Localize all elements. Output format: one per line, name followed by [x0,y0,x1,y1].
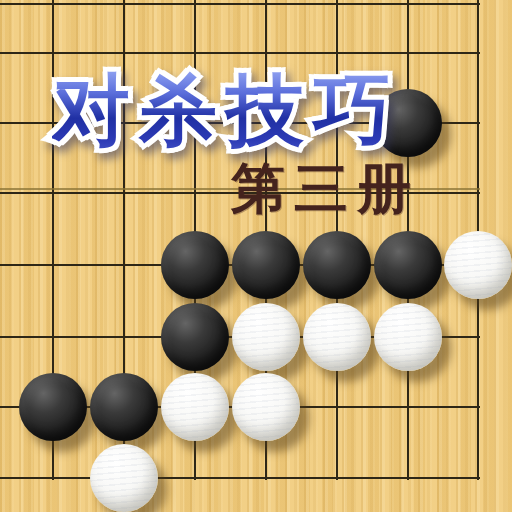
stone-white[interactable] [374,303,442,371]
book-title-text: 对杀技巧 [52,66,400,156]
stone-black[interactable] [161,231,229,299]
stone-white[interactable] [232,373,300,441]
go-book-cover: 对杀技巧 对杀技巧 第三册 [0,0,512,512]
stone-white[interactable] [303,303,371,371]
stone-white[interactable] [444,231,512,299]
stone-black[interactable] [374,231,442,299]
book-volume-label: 第三册 [231,161,420,215]
stone-black[interactable] [19,373,87,441]
grid-line-horizontal [0,3,480,5]
grid-line-horizontal [0,52,480,54]
stone-white[interactable] [232,303,300,371]
grid-line-horizontal [0,477,480,479]
stone-black[interactable] [90,373,158,441]
stone-white[interactable] [90,444,158,512]
stone-black[interactable] [161,303,229,371]
stone-white[interactable] [161,373,229,441]
stone-black[interactable] [303,231,371,299]
stone-black[interactable] [232,231,300,299]
